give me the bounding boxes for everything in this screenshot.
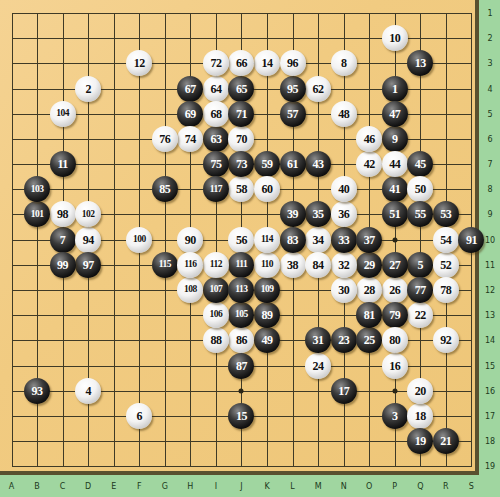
stone-number: 70	[236, 133, 247, 145]
stone-move-98: 98	[50, 201, 76, 227]
stone-move-105: 105	[228, 302, 254, 328]
stone-move-99: 99	[50, 252, 76, 278]
row-label-11: 11	[485, 260, 495, 269]
stone-move-11: 11	[50, 151, 76, 177]
stone-move-88: 88	[203, 327, 229, 353]
stone-number: 97	[83, 259, 94, 271]
stone-move-31: 31	[305, 327, 331, 353]
stone-move-90: 90	[177, 227, 203, 253]
stone-number: 22	[415, 309, 426, 321]
stone-move-47: 47	[382, 101, 408, 127]
stone-number: 34	[313, 234, 324, 246]
stone-number: 1	[392, 83, 398, 95]
stone-move-20: 20	[407, 378, 433, 404]
stone-number: 108	[184, 285, 197, 295]
stone-number: 63	[210, 133, 221, 145]
stone-move-42: 42	[356, 151, 382, 177]
stone-number: 9	[392, 133, 398, 145]
stone-number: 116	[184, 260, 196, 270]
stone-move-75: 75	[203, 151, 229, 177]
stone-move-71: 71	[228, 101, 254, 127]
stone-move-57: 57	[280, 101, 306, 127]
stone-number: 7	[60, 234, 66, 246]
column-label-E: E	[111, 482, 116, 491]
stone-number: 38	[287, 259, 298, 271]
stone-move-81: 81	[356, 302, 382, 328]
stone-move-60: 60	[254, 176, 280, 202]
stone-number: 30	[338, 284, 349, 296]
stone-move-97: 97	[75, 252, 101, 278]
stone-number: 115	[159, 260, 171, 270]
row-label-17: 17	[485, 411, 495, 420]
stone-move-45: 45	[407, 151, 433, 177]
stone-move-2: 2	[75, 76, 101, 102]
stone-move-1: 1	[382, 76, 408, 102]
stone-number: 55	[415, 208, 426, 220]
stone-move-93: 93	[24, 378, 50, 404]
stone-move-56: 56	[228, 227, 254, 253]
stone-move-28: 28	[356, 277, 382, 303]
row-label-16: 16	[485, 386, 495, 395]
stone-number: 45	[415, 158, 426, 170]
column-label-S: S	[469, 482, 474, 491]
stone-move-15: 15	[228, 403, 254, 429]
stone-number: 88	[210, 334, 221, 346]
stone-number: 26	[389, 284, 400, 296]
stone-number: 43	[313, 158, 324, 170]
stone-number: 101	[31, 210, 44, 220]
stone-number: 92	[440, 334, 451, 346]
column-label-D: D	[85, 482, 91, 491]
row-label-14: 14	[485, 336, 495, 345]
row-label-1: 1	[487, 9, 492, 18]
stone-number: 11	[57, 158, 67, 170]
column-label-J: J	[240, 482, 242, 491]
stone-move-106: 106	[203, 302, 229, 328]
grid-line-horizontal	[12, 466, 473, 467]
stone-number: 25	[364, 334, 375, 346]
column-label-M: M	[315, 482, 322, 491]
stone-number: 17	[338, 385, 349, 397]
stone-move-94: 94	[75, 227, 101, 253]
stone-move-37: 37	[356, 227, 382, 253]
stone-number: 44	[389, 158, 400, 170]
stone-number: 37	[364, 234, 375, 246]
stone-move-96: 96	[280, 50, 306, 76]
stone-number: 84	[313, 259, 324, 271]
stone-move-83: 83	[280, 227, 306, 253]
stone-number: 31	[313, 334, 324, 346]
stone-move-50: 50	[407, 176, 433, 202]
stone-move-34: 34	[305, 227, 331, 253]
stone-number: 54	[440, 234, 451, 246]
stone-number: 49	[262, 334, 273, 346]
stone-number: 14	[262, 57, 273, 69]
stone-number: 61	[287, 158, 298, 170]
stone-number: 86	[236, 334, 247, 346]
stone-number: 2	[85, 83, 91, 95]
stone-move-68: 68	[203, 101, 229, 127]
row-label-12: 12	[485, 285, 495, 294]
stone-move-54: 54	[433, 227, 459, 253]
stone-move-59: 59	[254, 151, 280, 177]
star-point	[239, 388, 244, 393]
stone-number: 59	[262, 158, 273, 170]
stone-move-30: 30	[331, 277, 357, 303]
stone-number: 35	[313, 208, 324, 220]
stone-move-12: 12	[126, 50, 152, 76]
column-label-H: H	[187, 482, 193, 491]
stone-move-100: 100	[126, 227, 152, 253]
stone-move-84: 84	[305, 252, 331, 278]
stone-move-110: 110	[254, 252, 280, 278]
stone-number: 13	[415, 57, 426, 69]
stone-move-23: 23	[331, 327, 357, 353]
stone-number: 87	[236, 360, 247, 372]
row-label-5: 5	[487, 109, 492, 118]
stone-number: 53	[440, 208, 451, 220]
stone-move-61: 61	[280, 151, 306, 177]
stone-move-18: 18	[407, 403, 433, 429]
stone-move-63: 63	[203, 126, 229, 152]
stone-move-4: 4	[75, 378, 101, 404]
stone-number: 3	[392, 410, 398, 422]
stone-number: 105	[235, 310, 248, 320]
stone-number: 109	[261, 285, 274, 295]
stone-number: 10	[389, 32, 400, 44]
stone-number: 12	[134, 57, 145, 69]
stone-move-7: 7	[50, 227, 76, 253]
stone-number: 85	[159, 183, 170, 195]
stone-number: 66	[236, 57, 247, 69]
stone-number: 46	[364, 133, 375, 145]
stone-number: 32	[338, 259, 349, 271]
stone-number: 99	[57, 259, 68, 271]
column-label-R: R	[443, 482, 449, 491]
stone-move-108: 108	[177, 277, 203, 303]
stone-move-76: 76	[152, 126, 178, 152]
row-label-9: 9	[487, 210, 492, 219]
grid-line-horizontal	[12, 441, 473, 442]
stone-move-86: 86	[228, 327, 254, 353]
stone-number: 113	[235, 285, 247, 295]
stone-move-33: 33	[331, 227, 357, 253]
go-board: 1234567891011121314151617181920212223242…	[0, 0, 479, 475]
stone-move-10: 10	[382, 25, 408, 51]
stone-number: 98	[57, 208, 68, 220]
row-label-8: 8	[487, 185, 492, 194]
stone-number: 74	[185, 133, 196, 145]
stone-move-101: 101	[24, 201, 50, 227]
stone-move-62: 62	[305, 76, 331, 102]
stone-number: 104	[56, 109, 69, 119]
stone-move-114: 114	[254, 227, 280, 253]
stone-number: 18	[415, 410, 426, 422]
stone-move-52: 52	[433, 252, 459, 278]
stone-number: 6	[137, 410, 143, 422]
stone-number: 93	[32, 385, 43, 397]
stone-number: 77	[415, 284, 426, 296]
column-label-K: K	[264, 482, 269, 491]
column-label-A: A	[9, 482, 14, 491]
stone-number: 67	[185, 83, 196, 95]
stone-move-107: 107	[203, 277, 229, 303]
stone-move-14: 14	[254, 50, 280, 76]
stone-move-27: 27	[382, 252, 408, 278]
stone-number: 90	[185, 234, 196, 246]
star-point	[392, 388, 397, 393]
stone-move-46: 46	[356, 126, 382, 152]
stone-number: 69	[185, 108, 196, 120]
stone-move-113: 113	[228, 277, 254, 303]
stone-move-26: 26	[382, 277, 408, 303]
stone-number: 16	[389, 360, 400, 372]
stone-move-3: 3	[382, 403, 408, 429]
stone-number: 112	[210, 260, 222, 270]
stone-number: 65	[236, 83, 247, 95]
stone-number: 103	[31, 185, 44, 195]
column-label-G: G	[162, 482, 168, 491]
stone-move-22: 22	[407, 302, 433, 328]
stone-number: 40	[338, 183, 349, 195]
stone-move-67: 67	[177, 76, 203, 102]
stone-move-64: 64	[203, 76, 229, 102]
stone-move-103: 103	[24, 176, 50, 202]
stone-move-48: 48	[331, 101, 357, 127]
row-label-4: 4	[487, 84, 492, 93]
stone-move-112: 112	[203, 252, 229, 278]
stone-move-51: 51	[382, 201, 408, 227]
stone-number: 5	[418, 259, 424, 271]
stone-move-32: 32	[331, 252, 357, 278]
stone-move-19: 19	[407, 428, 433, 454]
stone-move-36: 36	[331, 201, 357, 227]
stone-move-95: 95	[280, 76, 306, 102]
stone-number: 68	[210, 108, 221, 120]
stone-move-29: 29	[356, 252, 382, 278]
stone-number: 73	[236, 158, 247, 170]
stone-move-116: 116	[177, 252, 203, 278]
stone-move-79: 79	[382, 302, 408, 328]
stone-move-25: 25	[356, 327, 382, 353]
stone-move-87: 87	[228, 353, 254, 379]
stone-move-115: 115	[152, 252, 178, 278]
stone-move-66: 66	[228, 50, 254, 76]
column-label-C: C	[60, 482, 66, 491]
stone-move-80: 80	[382, 327, 408, 353]
stone-number: 42	[364, 158, 375, 170]
stone-number: 19	[415, 435, 426, 447]
stone-move-102: 102	[75, 201, 101, 227]
stone-number: 52	[440, 259, 451, 271]
stone-move-117: 117	[203, 176, 229, 202]
stone-number: 20	[415, 385, 426, 397]
stone-move-65: 65	[228, 76, 254, 102]
column-label-I: I	[215, 482, 217, 491]
stone-number: 107	[210, 285, 223, 295]
stone-move-85: 85	[152, 176, 178, 202]
stone-number: 64	[210, 83, 221, 95]
stone-number: 21	[440, 435, 451, 447]
stone-number: 41	[389, 183, 400, 195]
stone-move-49: 49	[254, 327, 280, 353]
stone-number: 80	[389, 334, 400, 346]
stone-move-72: 72	[203, 50, 229, 76]
stone-number: 79	[389, 309, 400, 321]
row-label-3: 3	[487, 59, 492, 68]
stone-move-6: 6	[126, 403, 152, 429]
stone-move-41: 41	[382, 176, 408, 202]
stone-move-58: 58	[228, 176, 254, 202]
stone-move-40: 40	[331, 176, 357, 202]
stone-number: 24	[313, 360, 324, 372]
stone-number: 15	[236, 410, 247, 422]
stone-number: 28	[364, 284, 375, 296]
stone-move-39: 39	[280, 201, 306, 227]
stone-number: 106	[210, 310, 223, 320]
stone-number: 83	[287, 234, 298, 246]
stone-number: 91	[466, 234, 477, 246]
column-label-B: B	[34, 482, 40, 491]
stone-number: 76	[159, 133, 170, 145]
column-label-N: N	[341, 482, 347, 491]
stone-number: 62	[313, 83, 324, 95]
stone-number: 89	[262, 309, 273, 321]
stone-move-9: 9	[382, 126, 408, 152]
stone-number: 60	[262, 183, 273, 195]
stone-move-92: 92	[433, 327, 459, 353]
stone-number: 78	[440, 284, 451, 296]
stone-move-38: 38	[280, 252, 306, 278]
row-label-7: 7	[487, 160, 492, 169]
stone-number: 110	[261, 260, 273, 270]
stone-move-13: 13	[407, 50, 433, 76]
stone-number: 39	[287, 208, 298, 220]
stone-move-53: 53	[433, 201, 459, 227]
stone-move-74: 74	[177, 126, 203, 152]
stone-move-8: 8	[331, 50, 357, 76]
stone-move-16: 16	[382, 353, 408, 379]
stone-number: 51	[389, 208, 400, 220]
stone-move-111: 111	[228, 252, 254, 278]
stone-move-89: 89	[254, 302, 280, 328]
stone-move-69: 69	[177, 101, 203, 127]
column-label-Q: Q	[417, 482, 423, 491]
row-label-19: 19	[485, 462, 495, 471]
row-label-15: 15	[485, 361, 495, 370]
stone-move-73: 73	[228, 151, 254, 177]
stone-number: 58	[236, 183, 247, 195]
stone-number: 71	[236, 108, 247, 120]
star-point	[392, 237, 397, 242]
stone-number: 36	[338, 208, 349, 220]
stone-number: 50	[415, 183, 426, 195]
stone-move-43: 43	[305, 151, 331, 177]
column-label-F: F	[137, 482, 142, 491]
stone-move-35: 35	[305, 201, 331, 227]
stone-number: 72	[210, 57, 221, 69]
stone-number: 102	[82, 210, 95, 220]
stone-number: 8	[341, 57, 347, 69]
stone-move-5: 5	[407, 252, 433, 278]
stone-number: 4	[85, 385, 91, 397]
stone-move-55: 55	[407, 201, 433, 227]
stone-number: 23	[338, 334, 349, 346]
stone-number: 95	[287, 83, 298, 95]
stone-number: 33	[338, 234, 349, 246]
stone-number: 75	[210, 158, 221, 170]
stone-number: 48	[338, 108, 349, 120]
stone-number: 96	[287, 57, 298, 69]
column-label-P: P	[392, 482, 397, 491]
stone-move-91: 91	[458, 227, 484, 253]
stone-number: 47	[389, 108, 400, 120]
stone-number: 100	[133, 235, 146, 245]
row-label-2: 2	[487, 34, 492, 43]
column-label-L: L	[290, 482, 294, 491]
row-label-13: 13	[485, 311, 495, 320]
row-label-6: 6	[487, 134, 492, 143]
stone-move-70: 70	[228, 126, 254, 152]
stone-move-78: 78	[433, 277, 459, 303]
stone-move-21: 21	[433, 428, 459, 454]
stone-number: 81	[364, 309, 375, 321]
row-label-10: 10	[485, 235, 495, 244]
stone-number: 57	[287, 108, 298, 120]
stone-number: 114	[261, 235, 273, 245]
stone-move-17: 17	[331, 378, 357, 404]
stone-number: 27	[389, 259, 400, 271]
stone-number: 117	[210, 185, 222, 195]
column-label-O: O	[366, 482, 372, 491]
stone-move-104: 104	[50, 101, 76, 127]
stone-move-109: 109	[254, 277, 280, 303]
stone-number: 111	[236, 260, 248, 270]
stone-move-24: 24	[305, 353, 331, 379]
go-kifu-diagram: 1234567891011121314151617181920212223242…	[0, 0, 500, 497]
stone-number: 29	[364, 259, 375, 271]
stone-move-44: 44	[382, 151, 408, 177]
stone-move-77: 77	[407, 277, 433, 303]
stone-number: 94	[83, 234, 94, 246]
stone-number: 56	[236, 234, 247, 246]
row-label-18: 18	[485, 437, 495, 446]
